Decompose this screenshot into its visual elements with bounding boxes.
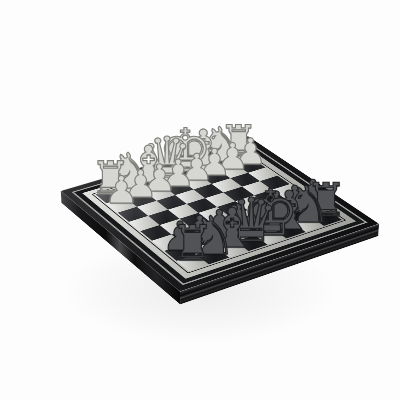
board-square [152, 234, 184, 250]
board-square [255, 229, 287, 245]
board-square [210, 216, 241, 231]
board-square [172, 228, 204, 244]
board-square [184, 238, 216, 254]
board-border-band [82, 145, 356, 279]
board-square [235, 235, 267, 251]
board-square [179, 213, 210, 228]
board-square [140, 225, 171, 241]
board-square [148, 210, 179, 225]
board-frame [61, 136, 379, 291]
board-square [260, 213, 291, 228]
board-square [129, 216, 160, 231]
board-square [118, 207, 149, 222]
board-square [198, 207, 229, 222]
board-square [191, 222, 223, 238]
chess-board [61, 136, 379, 291]
frame-pinstripe [71, 141, 367, 285]
board-square [196, 248, 228, 265]
board-square [242, 219, 274, 235]
board-square [279, 207, 310, 222]
board-square [223, 225, 255, 241]
board-square [229, 210, 260, 225]
photo-scene: ♜♞♝♛♚♝♞♜♟♟♟♟♟♟♟♟♟♟♟♟♟♟♟♟♜♞♝♛♚♝♞♜ [0, 0, 400, 400]
board-square [273, 223, 305, 239]
board-square [292, 217, 324, 233]
board-square [164, 244, 196, 260]
board-square [216, 241, 248, 257]
board-square [160, 219, 191, 235]
board-square [203, 232, 235, 248]
product-photo: ♜♞♝♛♚♝♞♜♟♟♟♟♟♟♟♟♟♟♟♟♟♟♟♟♜♞♝♛♚♝♞♜ [0, 0, 400, 400]
board-square [310, 211, 342, 226]
board-square [176, 254, 209, 271]
